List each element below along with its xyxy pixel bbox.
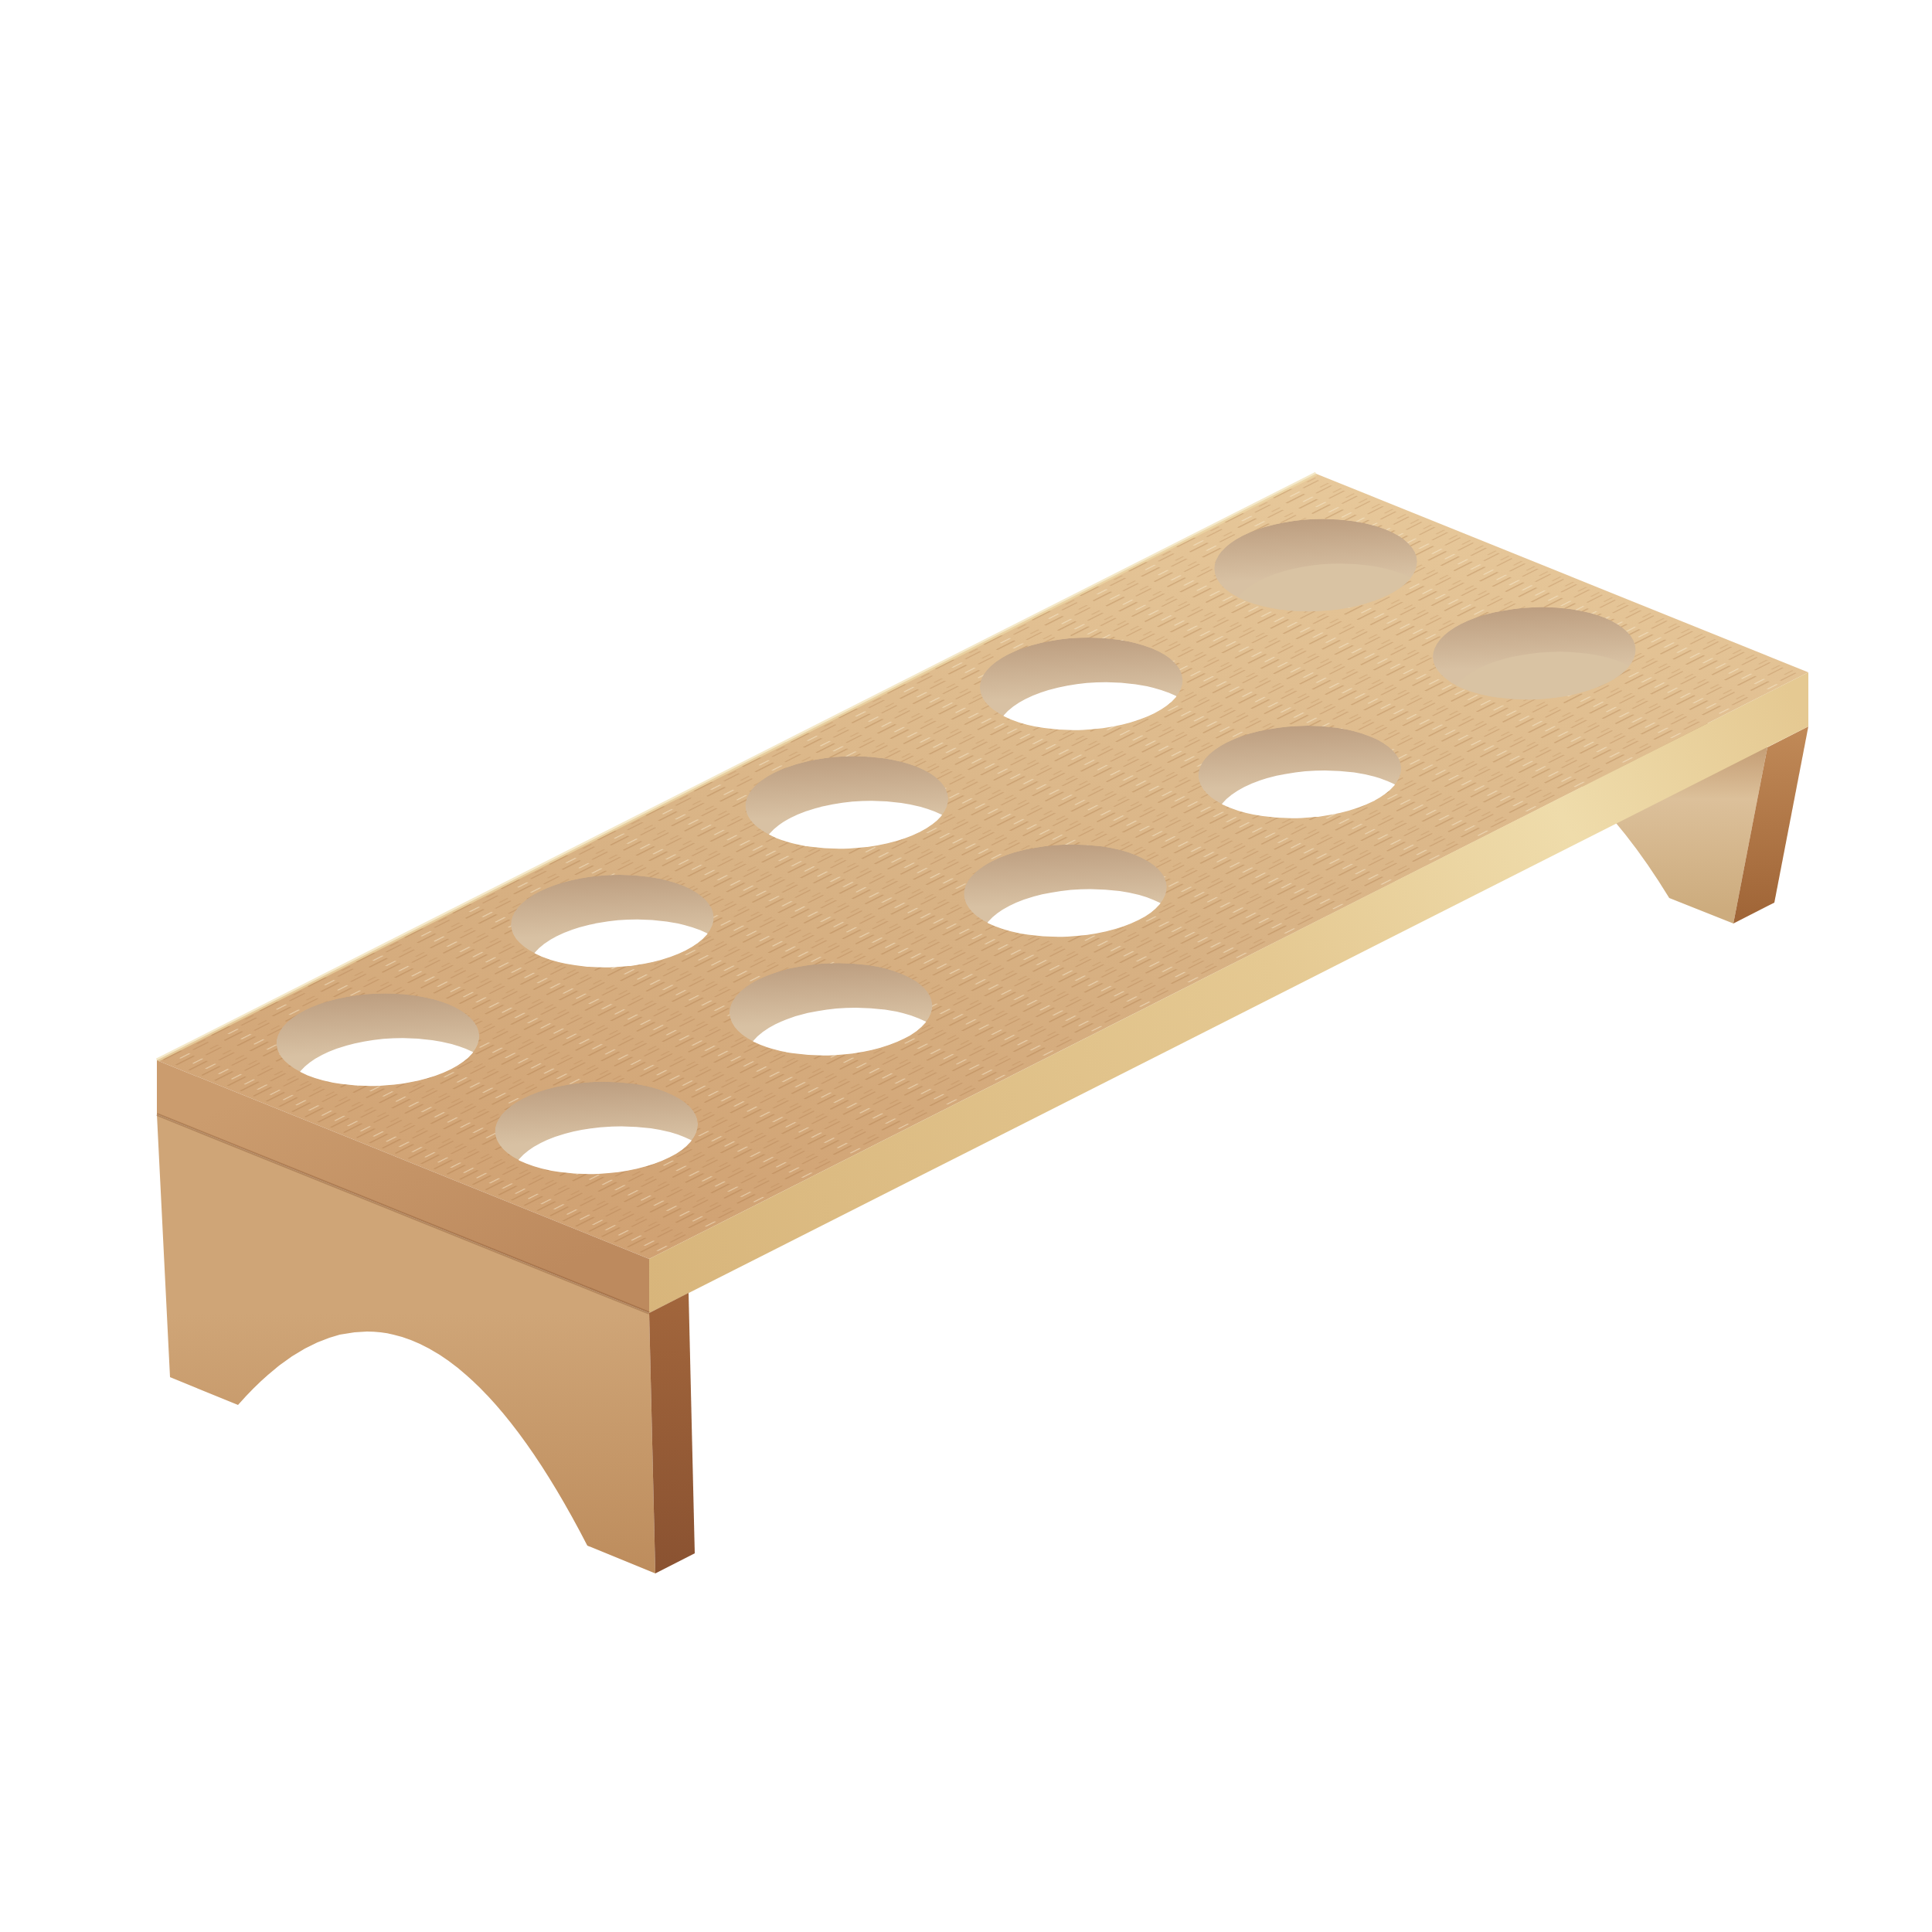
left-leg-side-face	[649, 1293, 695, 1573]
egg-tray-illustration: wooden egg holder tray	[0, 0, 1932, 1932]
product-photo: Light natural wood egg holder tray with …	[0, 0, 1932, 1932]
